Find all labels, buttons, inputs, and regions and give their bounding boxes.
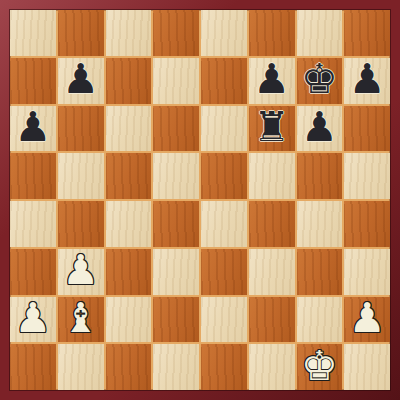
square-g2[interactable] xyxy=(297,297,343,343)
square-a6[interactable]: ♟ xyxy=(10,106,56,152)
square-d4[interactable] xyxy=(153,201,199,247)
square-b5[interactable] xyxy=(58,153,104,199)
square-d8[interactable] xyxy=(153,10,199,56)
square-g1[interactable]: ♚ xyxy=(297,344,343,390)
square-h4[interactable] xyxy=(344,201,390,247)
square-d2[interactable] xyxy=(153,297,199,343)
white-pawn[interactable]: ♟ xyxy=(62,250,99,291)
square-f6[interactable]: ♜ xyxy=(249,106,295,152)
square-f8[interactable] xyxy=(249,10,295,56)
square-c4[interactable] xyxy=(106,201,152,247)
square-b8[interactable] xyxy=(58,10,104,56)
square-f4[interactable] xyxy=(249,201,295,247)
square-e3[interactable] xyxy=(201,249,247,295)
black-pawn[interactable]: ♟ xyxy=(14,107,51,148)
square-a7[interactable] xyxy=(10,58,56,104)
square-a5[interactable] xyxy=(10,153,56,199)
square-d5[interactable] xyxy=(153,153,199,199)
square-e8[interactable] xyxy=(201,10,247,56)
square-e2[interactable] xyxy=(201,297,247,343)
black-pawn[interactable]: ♟ xyxy=(62,59,99,100)
black-rook[interactable]: ♜ xyxy=(253,107,290,148)
board-frame: ♟♟♚♟♟♜♟♟♟♝♟♚ xyxy=(0,0,400,400)
square-d7[interactable] xyxy=(153,58,199,104)
square-e5[interactable] xyxy=(201,153,247,199)
square-e6[interactable] xyxy=(201,106,247,152)
square-a4[interactable] xyxy=(10,201,56,247)
square-b7[interactable]: ♟ xyxy=(58,58,104,104)
square-c2[interactable] xyxy=(106,297,152,343)
square-f2[interactable] xyxy=(249,297,295,343)
square-a1[interactable] xyxy=(10,344,56,390)
square-c1[interactable] xyxy=(106,344,152,390)
square-h5[interactable] xyxy=(344,153,390,199)
square-f3[interactable] xyxy=(249,249,295,295)
square-b1[interactable] xyxy=(58,344,104,390)
white-king[interactable]: ♚ xyxy=(301,346,338,387)
square-b3[interactable]: ♟ xyxy=(58,249,104,295)
square-g4[interactable] xyxy=(297,201,343,247)
square-h7[interactable]: ♟ xyxy=(344,58,390,104)
square-g5[interactable] xyxy=(297,153,343,199)
square-g3[interactable] xyxy=(297,249,343,295)
square-c6[interactable] xyxy=(106,106,152,152)
square-b2[interactable]: ♝ xyxy=(58,297,104,343)
black-king[interactable]: ♚ xyxy=(301,59,338,100)
square-h2[interactable]: ♟ xyxy=(344,297,390,343)
square-h8[interactable] xyxy=(344,10,390,56)
square-a3[interactable] xyxy=(10,249,56,295)
square-c8[interactable] xyxy=(106,10,152,56)
chess-board: ♟♟♚♟♟♜♟♟♟♝♟♚ xyxy=(10,10,390,390)
square-g6[interactable]: ♟ xyxy=(297,106,343,152)
black-pawn[interactable]: ♟ xyxy=(349,59,386,100)
square-b6[interactable] xyxy=(58,106,104,152)
square-h3[interactable] xyxy=(344,249,390,295)
square-c3[interactable] xyxy=(106,249,152,295)
square-b4[interactable] xyxy=(58,201,104,247)
square-a2[interactable]: ♟ xyxy=(10,297,56,343)
square-c7[interactable] xyxy=(106,58,152,104)
square-g7[interactable]: ♚ xyxy=(297,58,343,104)
square-f1[interactable] xyxy=(249,344,295,390)
square-c5[interactable] xyxy=(106,153,152,199)
white-pawn[interactable]: ♟ xyxy=(14,298,51,339)
black-pawn[interactable]: ♟ xyxy=(253,59,290,100)
square-d3[interactable] xyxy=(153,249,199,295)
square-e1[interactable] xyxy=(201,344,247,390)
square-a8[interactable] xyxy=(10,10,56,56)
black-pawn[interactable]: ♟ xyxy=(301,107,338,148)
square-e4[interactable] xyxy=(201,201,247,247)
square-h1[interactable] xyxy=(344,344,390,390)
square-f7[interactable]: ♟ xyxy=(249,58,295,104)
square-f5[interactable] xyxy=(249,153,295,199)
square-g8[interactable] xyxy=(297,10,343,56)
square-h6[interactable] xyxy=(344,106,390,152)
white-pawn[interactable]: ♟ xyxy=(349,298,386,339)
square-e7[interactable] xyxy=(201,58,247,104)
square-d1[interactable] xyxy=(153,344,199,390)
white-bishop[interactable]: ♝ xyxy=(62,298,99,339)
square-d6[interactable] xyxy=(153,106,199,152)
